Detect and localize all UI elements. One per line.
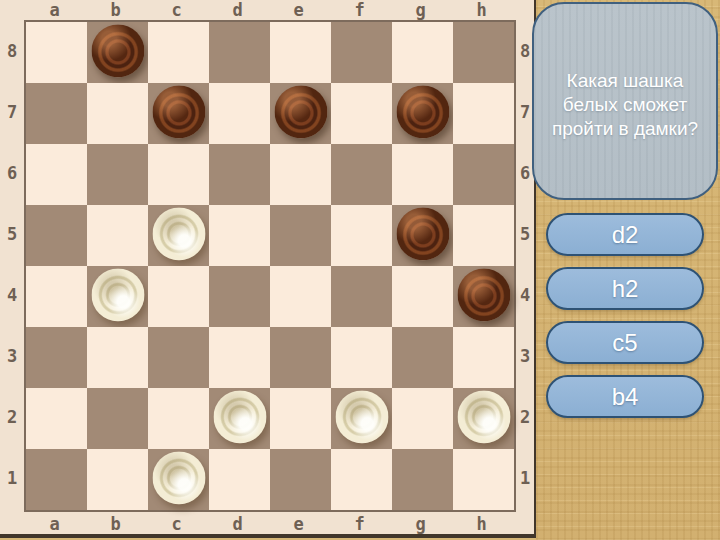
square-f8[interactable] xyxy=(331,22,392,83)
file-label-d: d xyxy=(207,513,268,535)
square-a7[interactable] xyxy=(26,83,87,144)
square-f4[interactable] xyxy=(331,266,392,327)
answer-button-h2[interactable]: h2 xyxy=(546,267,704,310)
square-a2[interactable] xyxy=(26,388,87,449)
square-e4[interactable] xyxy=(270,266,331,327)
answer-button-b4[interactable]: b4 xyxy=(546,375,704,418)
square-b5[interactable] xyxy=(87,205,148,266)
square-g3[interactable] xyxy=(392,327,453,388)
square-c1[interactable] xyxy=(148,449,209,510)
question-line-3: пройти в дамки? xyxy=(552,117,698,141)
answer-button-d2[interactable]: d2 xyxy=(546,213,704,256)
file-label-f: f xyxy=(329,0,390,20)
square-a4[interactable] xyxy=(26,266,87,327)
file-label-a: a xyxy=(24,513,85,535)
piece-white-b4[interactable] xyxy=(91,268,144,321)
file-label-e: e xyxy=(268,0,329,20)
square-c7[interactable] xyxy=(148,83,209,144)
square-h1[interactable] xyxy=(453,449,514,510)
piece-white-h2[interactable] xyxy=(457,390,510,443)
square-c3[interactable] xyxy=(148,327,209,388)
file-label-c: c xyxy=(146,0,207,20)
file-label-h: h xyxy=(451,513,512,535)
square-d5[interactable] xyxy=(209,205,270,266)
square-c4[interactable] xyxy=(148,266,209,327)
square-c5[interactable] xyxy=(148,205,209,266)
piece-black-g7[interactable] xyxy=(396,85,449,138)
file-label-a: a xyxy=(24,0,85,20)
square-h2[interactable] xyxy=(453,388,514,449)
square-g5[interactable] xyxy=(392,205,453,266)
rank-label-6: 6 xyxy=(0,142,24,203)
rank-label-3: 3 xyxy=(0,325,24,386)
square-c2[interactable] xyxy=(148,388,209,449)
piece-white-c1[interactable] xyxy=(152,451,205,504)
file-label-h: h xyxy=(451,0,512,20)
square-b4[interactable] xyxy=(87,266,148,327)
question-line-1: Какая шашка xyxy=(567,69,684,93)
piece-black-c7[interactable] xyxy=(152,85,205,138)
rank-label-1: 1 xyxy=(0,447,24,508)
square-c8[interactable] xyxy=(148,22,209,83)
square-g1[interactable] xyxy=(392,449,453,510)
square-a5[interactable] xyxy=(26,205,87,266)
square-d2[interactable] xyxy=(209,388,270,449)
square-d4[interactable] xyxy=(209,266,270,327)
square-d3[interactable] xyxy=(209,327,270,388)
square-c6[interactable] xyxy=(148,144,209,205)
square-a6[interactable] xyxy=(26,144,87,205)
rank-label-2: 2 xyxy=(514,386,536,447)
square-g8[interactable] xyxy=(392,22,453,83)
square-e3[interactable] xyxy=(270,327,331,388)
answer-button-c5[interactable]: c5 xyxy=(546,321,704,364)
rank-label-4: 4 xyxy=(514,264,536,325)
file-label-g: g xyxy=(390,0,451,20)
square-a1[interactable] xyxy=(26,449,87,510)
square-f5[interactable] xyxy=(331,205,392,266)
square-g2[interactable] xyxy=(392,388,453,449)
rank-labels-left: 87654321 xyxy=(0,20,24,512)
rank-label-5: 5 xyxy=(514,203,536,264)
square-d8[interactable] xyxy=(209,22,270,83)
file-label-c: c xyxy=(146,513,207,535)
square-h4[interactable] xyxy=(453,266,514,327)
square-f1[interactable] xyxy=(331,449,392,510)
square-b7[interactable] xyxy=(87,83,148,144)
piece-black-e7[interactable] xyxy=(274,85,327,138)
file-label-f: f xyxy=(329,513,390,535)
piece-black-b8[interactable] xyxy=(91,24,144,77)
square-h5[interactable] xyxy=(453,205,514,266)
file-label-b: b xyxy=(85,513,146,535)
square-f7[interactable] xyxy=(331,83,392,144)
square-d6[interactable] xyxy=(209,144,270,205)
file-label-b: b xyxy=(85,0,146,20)
square-h3[interactable] xyxy=(453,327,514,388)
rank-label-8: 8 xyxy=(0,20,24,81)
piece-white-f2[interactable] xyxy=(335,390,388,443)
file-label-e: e xyxy=(268,513,329,535)
square-a8[interactable] xyxy=(26,22,87,83)
file-labels-bottom: abcdefgh xyxy=(24,513,516,535)
rank-label-4: 4 xyxy=(0,264,24,325)
square-e8[interactable] xyxy=(270,22,331,83)
file-label-d: d xyxy=(207,0,268,20)
square-b1[interactable] xyxy=(87,449,148,510)
slide: abcdefgh 87654321 87654321 abcdefgh Кака… xyxy=(0,0,720,540)
file-label-g: g xyxy=(390,513,451,535)
square-g7[interactable] xyxy=(392,83,453,144)
square-g6[interactable] xyxy=(392,144,453,205)
piece-black-h4[interactable] xyxy=(457,268,510,321)
checkers-board: abcdefgh 87654321 87654321 abcdefgh xyxy=(0,0,538,538)
square-e6[interactable] xyxy=(270,144,331,205)
square-h7[interactable] xyxy=(453,83,514,144)
square-f2[interactable] xyxy=(331,388,392,449)
piece-black-g5[interactable] xyxy=(396,207,449,260)
question-line-2: белых сможет xyxy=(563,93,687,117)
piece-white-c5[interactable] xyxy=(152,207,205,260)
square-h8[interactable] xyxy=(453,22,514,83)
rank-label-7: 7 xyxy=(0,81,24,142)
square-g4[interactable] xyxy=(392,266,453,327)
answer-panel: Какая шашка белых сможет пройти в дамки?… xyxy=(536,0,720,540)
question-bubble: Какая шашка белых сможет пройти в дамки? xyxy=(532,2,718,200)
board-squares xyxy=(24,20,516,512)
rank-label-5: 5 xyxy=(0,203,24,264)
file-labels-top: abcdefgh xyxy=(24,0,516,20)
square-b6[interactable] xyxy=(87,144,148,205)
square-f3[interactable] xyxy=(331,327,392,388)
rank-label-2: 2 xyxy=(0,386,24,447)
square-h6[interactable] xyxy=(453,144,514,205)
square-e5[interactable] xyxy=(270,205,331,266)
square-e1[interactable] xyxy=(270,449,331,510)
square-e7[interactable] xyxy=(270,83,331,144)
square-a3[interactable] xyxy=(26,327,87,388)
square-b2[interactable] xyxy=(87,388,148,449)
piece-white-d2[interactable] xyxy=(213,390,266,443)
answer-buttons: d2h2c5b4 xyxy=(546,213,704,418)
rank-label-1: 1 xyxy=(514,447,536,508)
square-d7[interactable] xyxy=(209,83,270,144)
square-f6[interactable] xyxy=(331,144,392,205)
square-e2[interactable] xyxy=(270,388,331,449)
rank-label-3: 3 xyxy=(514,325,536,386)
square-b8[interactable] xyxy=(87,22,148,83)
square-d1[interactable] xyxy=(209,449,270,510)
square-b3[interactable] xyxy=(87,327,148,388)
